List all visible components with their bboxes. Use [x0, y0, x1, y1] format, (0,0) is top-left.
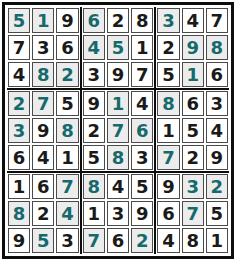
box-1-1: 519736482	[7, 7, 80, 88]
cell-r3c1[interactable]: 4	[8, 62, 30, 87]
cell-r8c8[interactable]: 7	[182, 201, 204, 226]
cell-r1c8[interactable]: 4	[182, 8, 204, 33]
cell-r8c2[interactable]: 2	[32, 201, 54, 226]
cell-r2c8[interactable]: 9	[182, 35, 204, 60]
cell-r5c3[interactable]: 8	[56, 118, 78, 143]
cell-r3c2[interactable]: 8	[32, 62, 54, 87]
cell-r2c4[interactable]: 4	[83, 35, 105, 60]
cell-r6c2[interactable]: 4	[32, 145, 54, 170]
cell-r9c9[interactable]: 1	[206, 228, 228, 253]
cell-r9c6[interactable]: 2	[131, 228, 153, 253]
cell-r7c4[interactable]: 8	[83, 174, 105, 199]
box-2-3: 863154729	[156, 90, 229, 171]
cell-r2c1[interactable]: 7	[8, 35, 30, 60]
cell-r7c1[interactable]: 1	[8, 174, 30, 199]
cell-r5c6[interactable]: 6	[131, 118, 153, 143]
cell-r6c9[interactable]: 9	[206, 145, 228, 170]
cell-r8c5[interactable]: 3	[107, 201, 129, 226]
cell-r8c6[interactable]: 9	[131, 201, 153, 226]
cell-r2c9[interactable]: 8	[206, 35, 228, 60]
cell-r2c6[interactable]: 1	[131, 35, 153, 60]
sudoku-grid: 5197364826284513973472985162753986419142…	[7, 7, 229, 254]
cell-r9c7[interactable]: 4	[157, 228, 179, 253]
cell-r2c3[interactable]: 6	[56, 35, 78, 60]
cell-r3c7[interactable]: 5	[157, 62, 179, 87]
cell-r1c4[interactable]: 6	[83, 8, 105, 33]
cell-r5c8[interactable]: 5	[182, 118, 204, 143]
cell-r4c3[interactable]: 5	[56, 91, 78, 116]
cell-r6c1[interactable]: 6	[8, 145, 30, 170]
cell-r9c2[interactable]: 5	[32, 228, 54, 253]
cell-r3c5[interactable]: 9	[107, 62, 129, 87]
cell-r9c1[interactable]: 9	[8, 228, 30, 253]
cell-r1c1[interactable]: 5	[8, 8, 30, 33]
cell-r7c3[interactable]: 7	[56, 174, 78, 199]
cell-r4c8[interactable]: 6	[182, 91, 204, 116]
cell-r1c6[interactable]: 8	[131, 8, 153, 33]
cell-r7c6[interactable]: 5	[131, 174, 153, 199]
cell-r5c5[interactable]: 7	[107, 118, 129, 143]
box-3-1: 167824953	[7, 173, 80, 254]
cell-r4c7[interactable]: 8	[157, 91, 179, 116]
cell-r2c5[interactable]: 5	[107, 35, 129, 60]
cell-r5c9[interactable]: 4	[206, 118, 228, 143]
cell-r1c3[interactable]: 9	[56, 8, 78, 33]
box-1-3: 347298516	[156, 7, 229, 88]
cell-r7c8[interactable]: 3	[182, 174, 204, 199]
cell-r4c9[interactable]: 3	[206, 91, 228, 116]
cell-r6c4[interactable]: 5	[83, 145, 105, 170]
box-2-2: 914276583	[82, 90, 155, 171]
cell-r6c3[interactable]: 1	[56, 145, 78, 170]
cell-r2c2[interactable]: 3	[32, 35, 54, 60]
cell-r4c4[interactable]: 9	[83, 91, 105, 116]
box-1-2: 628451397	[82, 7, 155, 88]
cell-r8c1[interactable]: 8	[8, 201, 30, 226]
cell-r5c1[interactable]: 3	[8, 118, 30, 143]
cell-r7c9[interactable]: 2	[206, 174, 228, 199]
cell-r8c4[interactable]: 1	[83, 201, 105, 226]
cell-r9c4[interactable]: 7	[83, 228, 105, 253]
sudoku-board: 5197364826284513973472985162753986419142…	[2, 2, 234, 259]
box-2-1: 275398641	[7, 90, 80, 171]
cell-r3c8[interactable]: 1	[182, 62, 204, 87]
box-3-2: 845139762	[82, 173, 155, 254]
cell-r2c7[interactable]: 2	[157, 35, 179, 60]
cell-r6c7[interactable]: 7	[157, 145, 179, 170]
cell-r5c2[interactable]: 9	[32, 118, 54, 143]
cell-r3c3[interactable]: 2	[56, 62, 78, 87]
cell-r4c1[interactable]: 2	[8, 91, 30, 116]
cell-r4c2[interactable]: 7	[32, 91, 54, 116]
cell-r3c6[interactable]: 7	[131, 62, 153, 87]
cell-r1c9[interactable]: 7	[206, 8, 228, 33]
cell-r9c8[interactable]: 8	[182, 228, 204, 253]
cell-r9c5[interactable]: 6	[107, 228, 129, 253]
cell-r3c4[interactable]: 3	[83, 62, 105, 87]
cell-r1c5[interactable]: 2	[107, 8, 129, 33]
cell-r1c7[interactable]: 3	[157, 8, 179, 33]
cell-r6c5[interactable]: 8	[107, 145, 129, 170]
cell-r8c3[interactable]: 4	[56, 201, 78, 226]
cell-r8c9[interactable]: 5	[206, 201, 228, 226]
cell-r7c7[interactable]: 9	[157, 174, 179, 199]
cell-r5c4[interactable]: 2	[83, 118, 105, 143]
cell-r7c5[interactable]: 4	[107, 174, 129, 199]
cell-r4c6[interactable]: 4	[131, 91, 153, 116]
cell-r3c9[interactable]: 6	[206, 62, 228, 87]
cell-r4c5[interactable]: 1	[107, 91, 129, 116]
cell-r5c7[interactable]: 1	[157, 118, 179, 143]
cell-r7c2[interactable]: 6	[32, 174, 54, 199]
box-3-3: 932675481	[156, 173, 229, 254]
cell-r6c6[interactable]: 3	[131, 145, 153, 170]
cell-r6c8[interactable]: 2	[182, 145, 204, 170]
cell-r8c7[interactable]: 6	[157, 201, 179, 226]
cell-r9c3[interactable]: 3	[56, 228, 78, 253]
cell-r1c2[interactable]: 1	[32, 8, 54, 33]
